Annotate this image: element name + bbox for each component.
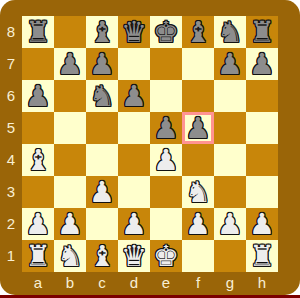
square-d4[interactable] <box>118 144 150 176</box>
piece-white-queen-d1[interactable]: ♛ <box>121 240 147 272</box>
piece-white-pawn-h2[interactable]: ♟ <box>249 208 275 240</box>
square-b4[interactable] <box>54 144 86 176</box>
square-b5[interactable] <box>54 112 86 144</box>
square-f7[interactable] <box>182 48 214 80</box>
piece-black-bishop-c8[interactable]: ♝ <box>89 16 115 48</box>
rank-label-5: 5 <box>0 112 22 144</box>
file-label-g: g <box>214 272 246 295</box>
piece-white-pawn-b2[interactable]: ♟ <box>57 208 83 240</box>
piece-white-rook-h1[interactable]: ♜ <box>249 240 275 272</box>
square-g8[interactable]: ♞ <box>214 16 246 48</box>
piece-white-pawn-a2[interactable]: ♟ <box>25 208 51 240</box>
piece-black-queen-d8[interactable]: ♛ <box>121 16 147 48</box>
square-g3[interactable] <box>214 176 246 208</box>
piece-white-pawn-c3[interactable]: ♟ <box>89 176 115 208</box>
square-c5[interactable] <box>86 112 118 144</box>
piece-white-bishop-c1[interactable]: ♝ <box>89 240 115 272</box>
square-h4[interactable] <box>246 144 278 176</box>
square-f4[interactable] <box>182 144 214 176</box>
square-g1[interactable] <box>214 240 246 272</box>
piece-black-rook-h8[interactable]: ♜ <box>249 16 275 48</box>
piece-white-rook-a1[interactable]: ♜ <box>25 240 51 272</box>
square-a8[interactable]: ♜ <box>22 16 54 48</box>
piece-black-rook-a8[interactable]: ♜ <box>25 16 51 48</box>
piece-white-knight-f3[interactable]: ♞ <box>185 176 211 208</box>
file-label-a: a <box>22 272 54 295</box>
square-d2[interactable]: ♟ <box>118 208 150 240</box>
piece-white-pawn-g2[interactable]: ♟ <box>217 208 243 240</box>
square-a4[interactable]: ♝ <box>22 144 54 176</box>
square-c3[interactable]: ♟ <box>86 176 118 208</box>
square-f2[interactable]: ♟ <box>182 208 214 240</box>
piece-black-pawn-c7[interactable]: ♟ <box>89 48 115 80</box>
piece-white-king-e1[interactable]: ♚ <box>153 240 179 272</box>
square-a1[interactable]: ♜ <box>22 240 54 272</box>
rank-labels: 87654321 <box>0 16 22 272</box>
square-b7[interactable]: ♟ <box>54 48 86 80</box>
square-g4[interactable] <box>214 144 246 176</box>
square-a7[interactable] <box>22 48 54 80</box>
square-h3[interactable] <box>246 176 278 208</box>
file-label-d: d <box>118 272 150 295</box>
file-label-e: e <box>150 272 182 295</box>
square-a5[interactable] <box>22 112 54 144</box>
square-d3[interactable] <box>118 176 150 208</box>
piece-black-knight-g8[interactable]: ♞ <box>217 16 243 48</box>
square-g6[interactable] <box>214 80 246 112</box>
piece-black-pawn-h7[interactable]: ♟ <box>249 48 275 80</box>
square-e8[interactable]: ♚ <box>150 16 182 48</box>
rank-label-7: 7 <box>0 48 22 80</box>
square-f5[interactable]: ♟ <box>182 112 214 144</box>
piece-black-king-e8[interactable]: ♚ <box>153 16 179 48</box>
rank-label-3: 3 <box>0 176 22 208</box>
rank-label-1: 1 <box>0 240 22 272</box>
square-h7[interactable]: ♟ <box>246 48 278 80</box>
square-b2[interactable]: ♟ <box>54 208 86 240</box>
chessboard-widget: 87654321 ♜♝♛♚♝♞♜♟♟♟♟♟♞♟♟♟♝♟♟♞♟♟♟♟♟♟♜♞♝♛♚… <box>0 0 300 295</box>
piece-black-pawn-e5[interactable]: ♟ <box>153 112 179 144</box>
file-labels: abcdefgh <box>22 272 278 295</box>
piece-black-pawn-a6[interactable]: ♟ <box>25 80 51 112</box>
square-e1[interactable]: ♚ <box>150 240 182 272</box>
square-c2[interactable] <box>86 208 118 240</box>
square-a2[interactable]: ♟ <box>22 208 54 240</box>
rank-label-4: 4 <box>0 144 22 176</box>
square-b3[interactable] <box>54 176 86 208</box>
piece-white-bishop-a4[interactable]: ♝ <box>25 144 51 176</box>
square-b6[interactable] <box>54 80 86 112</box>
piece-white-pawn-f2[interactable]: ♟ <box>185 208 211 240</box>
square-d5[interactable] <box>118 112 150 144</box>
square-c1[interactable]: ♝ <box>86 240 118 272</box>
square-c6[interactable]: ♞ <box>86 80 118 112</box>
square-e3[interactable] <box>150 176 182 208</box>
piece-black-knight-c6[interactable]: ♞ <box>89 80 115 112</box>
piece-white-pawn-e4[interactable]: ♟ <box>153 144 179 176</box>
file-label-c: c <box>86 272 118 295</box>
square-c4[interactable] <box>86 144 118 176</box>
square-a3[interactable] <box>22 176 54 208</box>
square-d7[interactable] <box>118 48 150 80</box>
square-e7[interactable] <box>150 48 182 80</box>
piece-black-bishop-f8[interactable]: ♝ <box>185 16 211 48</box>
square-d1[interactable]: ♛ <box>118 240 150 272</box>
rank-label-6: 6 <box>0 80 22 112</box>
square-c7[interactable]: ♟ <box>86 48 118 80</box>
piece-black-pawn-d6[interactable]: ♟ <box>121 80 147 112</box>
square-g7[interactable]: ♟ <box>214 48 246 80</box>
square-a6[interactable]: ♟ <box>22 80 54 112</box>
square-g2[interactable]: ♟ <box>214 208 246 240</box>
file-label-h: h <box>246 272 278 295</box>
square-b8[interactable] <box>54 16 86 48</box>
square-e5[interactable]: ♟ <box>150 112 182 144</box>
square-h1[interactable]: ♜ <box>246 240 278 272</box>
square-b1[interactable]: ♞ <box>54 240 86 272</box>
piece-black-pawn-f5[interactable]: ♟ <box>185 112 211 144</box>
chess-board: ♜♝♛♚♝♞♜♟♟♟♟♟♞♟♟♟♝♟♟♞♟♟♟♟♟♟♜♞♝♛♚♜ <box>22 16 278 272</box>
square-e6[interactable] <box>150 80 182 112</box>
square-d6[interactable]: ♟ <box>118 80 150 112</box>
square-e4[interactable]: ♟ <box>150 144 182 176</box>
rank-label-8: 8 <box>0 16 22 48</box>
square-g5[interactable] <box>214 112 246 144</box>
rank-label-2: 2 <box>0 208 22 240</box>
square-c8[interactable]: ♝ <box>86 16 118 48</box>
square-f1[interactable] <box>182 240 214 272</box>
file-label-b: b <box>54 272 86 295</box>
square-h8[interactable]: ♜ <box>246 16 278 48</box>
square-h2[interactable]: ♟ <box>246 208 278 240</box>
square-f8[interactable]: ♝ <box>182 16 214 48</box>
piece-white-knight-b1[interactable]: ♞ <box>57 240 83 272</box>
piece-black-pawn-b7[interactable]: ♟ <box>57 48 83 80</box>
square-f6[interactable] <box>182 80 214 112</box>
square-d8[interactable]: ♛ <box>118 16 150 48</box>
piece-black-pawn-g7[interactable]: ♟ <box>217 48 243 80</box>
square-f3[interactable]: ♞ <box>182 176 214 208</box>
piece-white-pawn-d2[interactable]: ♟ <box>121 208 147 240</box>
square-e2[interactable] <box>150 208 182 240</box>
square-h6[interactable] <box>246 80 278 112</box>
file-label-f: f <box>182 272 214 295</box>
square-h5[interactable] <box>246 112 278 144</box>
